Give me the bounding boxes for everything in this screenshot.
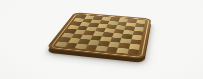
board-cell xyxy=(100,36,112,41)
board-grid xyxy=(55,15,146,55)
studio-background xyxy=(0,0,203,79)
board-cell xyxy=(128,44,140,50)
board-cell xyxy=(126,22,136,26)
board-cell xyxy=(95,27,106,32)
board-cell xyxy=(116,47,128,53)
board-cell xyxy=(131,35,142,40)
